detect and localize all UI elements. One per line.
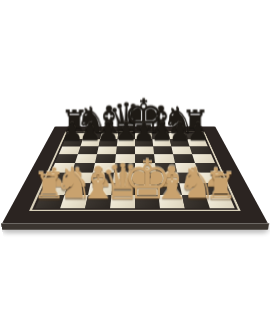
square-d1[interactable]: ♛ (110, 195, 135, 208)
square-d6[interactable] (116, 146, 135, 154)
square-c7[interactable]: ♟ (99, 139, 118, 146)
square-f3[interactable] (156, 173, 179, 184)
square-d7[interactable]: ♟ (117, 139, 135, 146)
square-e1[interactable]: ♚ (135, 195, 160, 208)
square-d3[interactable] (113, 173, 135, 184)
square-b4[interactable] (72, 163, 95, 173)
square-e6[interactable] (135, 146, 154, 154)
square-f1[interactable]: ♝ (158, 195, 184, 208)
square-h4[interactable] (195, 163, 219, 173)
square-h6[interactable] (190, 146, 212, 154)
square-b5[interactable] (75, 154, 97, 163)
square-a6[interactable] (59, 146, 81, 154)
square-h1[interactable]: ♜ (205, 195, 234, 208)
piece-black-rook-h8: ♜ (182, 107, 210, 138)
square-e2[interactable]: ♟ (135, 183, 158, 195)
square-f4[interactable] (155, 163, 177, 173)
product-photo: ♜♞♝♛♚♝♞♜♟♟♟♟♟♟♟♟♟♟♟♟♟♟♟♟♜♞♝♛♚♝♞♜ (0, 0, 270, 320)
square-b8[interactable]: ♞ (83, 133, 102, 140)
square-e3[interactable] (135, 173, 157, 184)
square-f7[interactable]: ♟ (152, 139, 171, 146)
square-c1[interactable]: ♝ (85, 195, 111, 208)
chess-board: ♜♞♝♛♚♝♞♜♟♟♟♟♟♟♟♟♟♟♟♟♟♟♟♟♜♞♝♛♚♝♞♜ (2, 127, 268, 224)
square-b1[interactable]: ♞ (60, 195, 88, 208)
square-b3[interactable] (68, 173, 93, 184)
square-h3[interactable] (198, 173, 224, 184)
square-b7[interactable]: ♟ (80, 139, 100, 146)
square-e7[interactable]: ♟ (135, 139, 153, 146)
square-c2[interactable]: ♟ (88, 183, 113, 195)
square-h7[interactable]: ♟ (187, 139, 208, 146)
square-b6[interactable] (78, 146, 99, 154)
board-grid: ♜♞♝♛♚♝♞♜♟♟♟♟♟♟♟♟♟♟♟♟♟♟♟♟♜♞♝♛♚♝♞♜ (35, 133, 235, 209)
square-h8[interactable]: ♜ (185, 133, 205, 140)
square-e5[interactable] (135, 154, 155, 163)
square-c4[interactable] (93, 163, 115, 173)
square-b2[interactable]: ♟ (65, 183, 91, 195)
square-f8[interactable]: ♝ (152, 133, 170, 140)
square-f5[interactable] (154, 154, 175, 163)
board-near-edge (1, 223, 269, 229)
square-c8[interactable]: ♝ (100, 133, 118, 140)
square-e4[interactable] (135, 163, 156, 173)
square-d5[interactable] (115, 154, 135, 163)
square-c3[interactable] (91, 173, 114, 184)
square-g8[interactable]: ♞ (168, 133, 187, 140)
square-d8[interactable]: ♛ (118, 133, 135, 140)
square-g3[interactable] (177, 173, 202, 184)
square-h2[interactable]: ♟ (202, 183, 229, 195)
square-a5[interactable] (55, 154, 78, 163)
square-d2[interactable]: ♟ (112, 183, 135, 195)
square-a3[interactable] (46, 173, 72, 184)
square-c5[interactable] (95, 154, 116, 163)
square-h5[interactable] (192, 154, 215, 163)
square-d4[interactable] (114, 163, 135, 173)
square-f2[interactable]: ♟ (157, 183, 182, 195)
square-f6[interactable] (153, 146, 173, 154)
board-scene: ♜♞♝♛♚♝♞♜♟♟♟♟♟♟♟♟♟♟♟♟♟♟♟♟♜♞♝♛♚♝♞♜ (0, 0, 270, 320)
square-e8[interactable]: ♚ (135, 133, 152, 140)
square-c6[interactable] (97, 146, 117, 154)
